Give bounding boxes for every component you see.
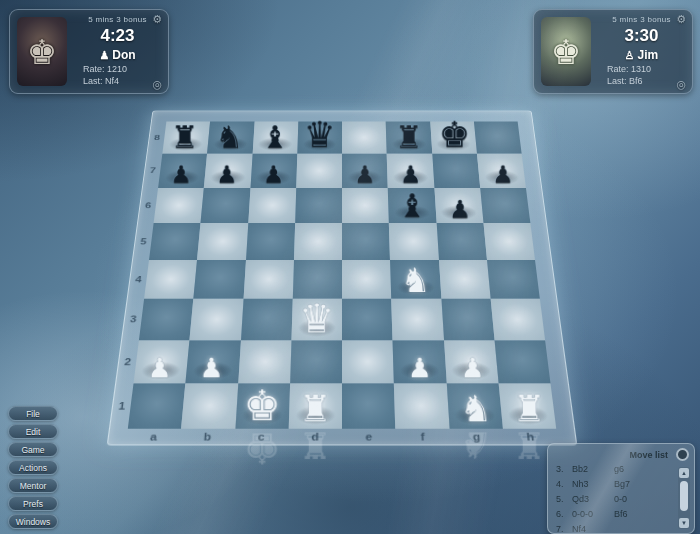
chessboard: ♜♜♞♞♝♝♛♛♜♜♚♚♟♟♟♟♟♟♟♟♟♟♟♟♝♝♟♟♞♞♛♛♟♟♟♟♟♟♟♟… [132,50,552,470]
square-e7[interactable]: ♟♟ [342,154,388,188]
gear-icon[interactable]: ⚙ [152,14,162,25]
move-row[interactable]: 3.Bb2g6 [556,461,654,476]
piece-black-pawn[interactable]: ♟ [354,162,375,186]
move-row[interactable]: 5.Qd30-0 [556,491,654,506]
square-c1[interactable]: ♚♚ [235,383,290,429]
white-clock: 4:23 [73,26,162,46]
square-e8[interactable] [342,122,387,154]
piece-white-rook[interactable]: ♜ [299,390,332,427]
white-player-panel: ⚙ ◎ ♚ 5 mins 3 bonus 4:23 ♟Don Rate: 121… [9,9,169,94]
square-g2[interactable]: ♟♟ [444,340,499,383]
square-c2[interactable] [238,340,291,383]
file-label-f: f [396,429,451,445]
piece-reflection: ♟ [148,381,172,408]
chess-app-window: { "game": "chess", "position": { "fen": … [0,0,700,534]
black-clock: 3:30 [597,26,686,46]
main-menu: File Edit Game Actions Mentor Prefs Wind… [8,406,58,532]
piece-black-king[interactable]: ♚ [438,117,470,152]
square-g5[interactable] [436,223,487,260]
menu-game-button[interactable]: Game [8,442,58,457]
piece-black-bishop[interactable]: ♝ [261,122,289,153]
square-a6[interactable] [154,188,204,223]
move-row[interactable]: 7.Nf4 [556,521,654,534]
white-time-control: 5 mins 3 bonus [73,15,162,24]
square-e1[interactable] [342,383,396,429]
piece-white-queen[interactable]: ♛ [299,298,335,338]
piece-white-king[interactable]: ♚ [243,385,281,427]
square-g3[interactable] [441,299,494,340]
square-e6[interactable] [342,188,389,223]
white-player-name: ♟Don [73,48,162,62]
square-e4[interactable] [342,260,391,299]
square-h4[interactable] [487,260,540,299]
square-f8[interactable]: ♜♜ [386,122,432,154]
scrollbar-thumb[interactable] [680,481,688,511]
file-label-d: d [288,429,342,445]
square-c3[interactable] [240,299,292,340]
piece-black-pawn[interactable]: ♟ [262,162,283,186]
square-a5[interactable] [149,223,201,260]
scroll-down-icon[interactable]: ▼ [679,518,689,528]
square-c8[interactable]: ♝♝ [252,122,298,154]
badge-icon[interactable]: ◎ [152,79,162,90]
piece-black-pawn[interactable]: ♟ [400,162,421,186]
black-player-panel: ⚙ ◎ ♚ 5 mins 3 bonus 3:30 ♙Jim Rate: 131… [533,9,693,94]
square-h1[interactable]: ♜♜ [498,383,556,429]
move-list-title: Move list [629,450,668,460]
square-d4[interactable] [293,260,342,299]
square-a7[interactable]: ♟♟ [158,154,207,188]
black-time-control: 5 mins 3 bonus [597,15,686,24]
move-row[interactable]: 6.0-0-0Bf6 [556,506,654,521]
square-g8[interactable]: ♚♚ [430,122,477,154]
square-f3[interactable] [391,299,443,340]
piece-black-pawn[interactable]: ♟ [449,197,471,221]
square-h8[interactable] [474,122,522,154]
piece-white-knight[interactable]: ♞ [401,264,431,298]
square-a4[interactable] [144,260,197,299]
square-f2[interactable]: ♟♟ [393,340,446,383]
move-list-panel: Move list 3.Bb2g6 4.Nh3Bg7 5.Qd30-0 6.0-… [547,443,695,534]
file-labels: abcdefgh [126,429,558,445]
piece-white-pawn[interactable]: ♟ [148,354,172,381]
square-f6[interactable]: ♝♝ [388,188,436,223]
square-b1[interactable] [181,383,237,429]
square-e5[interactable] [342,223,390,260]
piece-black-pawn[interactable]: ♟ [492,162,513,186]
piece-black-knight[interactable]: ♞ [216,122,244,153]
badge-icon[interactable]: ◎ [676,79,686,90]
square-b5[interactable] [197,223,248,260]
square-e3[interactable] [342,299,393,340]
white-rating: Rate: 1210 [73,64,162,74]
square-a1[interactable] [128,383,186,429]
square-c5[interactable] [246,223,295,260]
square-b3[interactable] [190,299,243,340]
piece-white-pawn[interactable]: ♟ [408,354,432,381]
square-f1[interactable] [394,383,449,429]
menu-edit-button[interactable]: Edit [8,424,58,439]
square-b6[interactable] [201,188,250,223]
menu-prefs-button[interactable]: Prefs [8,496,58,511]
piece-white-rook[interactable]: ♜ [513,390,546,427]
black-last-move: Last: Bf6 [597,76,686,86]
square-b7[interactable]: ♟♟ [204,154,252,188]
gear-icon[interactable]: ⚙ [676,14,686,25]
board-glass-frame: ♜♜♞♞♝♝♛♛♜♜♚♚♟♟♟♟♟♟♟♟♟♟♟♟♝♝♟♟♞♞♛♛♟♟♟♟♟♟♟♟… [107,111,578,446]
piece-white-pawn[interactable]: ♟ [460,354,484,381]
board-squares: ♜♜♞♞♝♝♛♛♜♜♚♚♟♟♟♟♟♟♟♟♟♟♟♟♝♝♟♟♞♞♛♛♟♟♟♟♟♟♟♟… [128,122,556,429]
piece-black-bishop[interactable]: ♝ [398,189,427,221]
black-player-name: ♙Jim [597,48,686,62]
square-h5[interactable] [483,223,535,260]
white-player-avatar: ♚ [17,17,67,86]
file-label-h: h [503,429,559,445]
piece-reflection: ♟ [200,381,224,408]
square-f4[interactable]: ♞♞ [390,260,441,299]
square-a3[interactable] [139,299,194,340]
piece-reflection: ♟ [408,381,432,408]
square-f5[interactable] [389,223,438,260]
piece-white-knight[interactable]: ♞ [459,390,492,427]
file-label-g: g [449,429,504,445]
square-d5[interactable] [294,223,342,260]
black-pawn-icon: ♙ [625,49,635,61]
square-d8[interactable]: ♛♛ [297,122,342,154]
square-f7[interactable]: ♟♟ [387,154,434,188]
black-rating: Rate: 1310 [597,64,686,74]
square-h2[interactable] [494,340,550,383]
white-last-move: Last: Nf4 [73,76,162,86]
square-h3[interactable] [490,299,545,340]
file-label-a: a [126,429,182,445]
square-d6[interactable] [295,188,342,223]
square-b8[interactable]: ♞♞ [207,122,254,154]
file-label-b: b [180,429,235,445]
square-b4[interactable] [194,260,246,299]
black-player-avatar: ♚ [541,17,591,86]
file-label-e: e [342,429,396,445]
square-b2[interactable]: ♟♟ [186,340,241,383]
avatar-king-icon: ♚ [27,35,57,69]
piece-black-queen[interactable]: ♛ [304,117,336,152]
square-c4[interactable] [243,260,294,299]
piece-black-rook[interactable]: ♜ [396,122,424,153]
avatar-king-icon: ♚ [551,35,581,69]
white-pawn-icon: ♟ [99,49,109,61]
square-d7[interactable] [296,154,342,188]
square-c6[interactable] [248,188,296,223]
scroll-up-icon[interactable]: ▲ [679,468,689,478]
menu-mentor-button[interactable]: Mentor [8,478,58,493]
square-g7[interactable] [432,154,480,188]
square-h7[interactable]: ♟♟ [477,154,526,188]
square-d3[interactable]: ♛♛ [291,299,342,340]
piece-black-pawn[interactable]: ♟ [217,162,238,186]
menu-actions-button[interactable]: Actions [8,460,58,475]
square-h6[interactable] [480,188,530,223]
square-d2[interactable] [290,340,342,383]
square-d1[interactable]: ♜♜ [288,383,342,429]
square-a8[interactable]: ♜♜ [162,122,210,154]
move-list-scrollbar[interactable]: ▲ ▼ [678,467,690,529]
square-e2[interactable] [342,340,394,383]
square-g4[interactable] [439,260,491,299]
file-label-c: c [234,429,289,445]
square-g1[interactable]: ♞♞ [446,383,502,429]
square-a2[interactable]: ♟♟ [134,340,190,383]
move-list-rows: 3.Bb2g6 4.Nh3Bg7 5.Qd30-0 6.0-0-0Bf6 7.N… [556,461,654,534]
piece-black-pawn[interactable]: ♟ [171,162,192,186]
piece-black-rook[interactable]: ♜ [171,122,199,153]
square-c7[interactable]: ♟♟ [250,154,297,188]
move-row[interactable]: 4.Nh3Bg7 [556,476,654,491]
piece-white-pawn[interactable]: ♟ [200,354,224,381]
move-list-collapse-button[interactable] [676,448,689,461]
square-g6[interactable]: ♟♟ [434,188,483,223]
menu-file-button[interactable]: File [8,406,58,421]
menu-windows-button[interactable]: Windows [8,514,58,529]
